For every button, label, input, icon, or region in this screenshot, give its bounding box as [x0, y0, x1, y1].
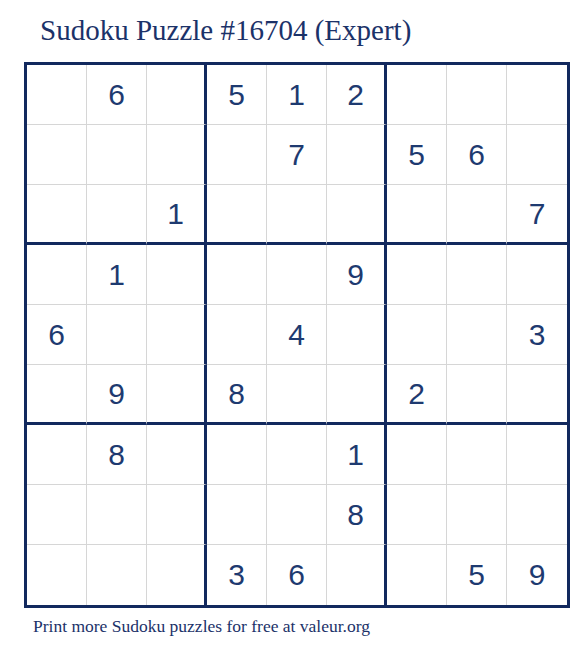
cell-r1c3-empty[interactable] [147, 65, 207, 125]
cell-r8c8-empty[interactable] [447, 485, 507, 545]
cell-r8c2-empty[interactable] [87, 485, 147, 545]
cell-r2c9-empty[interactable] [507, 125, 567, 185]
cell-r6c9-empty[interactable] [507, 365, 567, 425]
cell-r5c3-empty[interactable] [147, 305, 207, 365]
cell-r3c2-empty[interactable] [87, 185, 147, 245]
cell-r1c1-empty[interactable] [27, 65, 87, 125]
cell-r2c3-empty[interactable] [147, 125, 207, 185]
cell-r3c3-given-1: 1 [147, 185, 207, 245]
cell-r9c1-empty[interactable] [27, 545, 87, 605]
cell-r3c5-empty[interactable] [267, 185, 327, 245]
cell-r7c4-empty[interactable] [207, 425, 267, 485]
cell-r8c7-empty[interactable] [387, 485, 447, 545]
cell-r1c9-empty[interactable] [507, 65, 567, 125]
cell-r8c1-empty[interactable] [27, 485, 87, 545]
cell-r7c3-empty[interactable] [147, 425, 207, 485]
cell-r9c7-empty[interactable] [387, 545, 447, 605]
cell-r1c4-given-5: 5 [207, 65, 267, 125]
cell-r6c6-empty[interactable] [327, 365, 387, 425]
cell-r1c8-empty[interactable] [447, 65, 507, 125]
cell-r5c8-empty[interactable] [447, 305, 507, 365]
cell-r6c5-empty[interactable] [267, 365, 327, 425]
cell-r3c1-empty[interactable] [27, 185, 87, 245]
cell-r1c6-given-2: 2 [327, 65, 387, 125]
cell-r9c4-given-3: 3 [207, 545, 267, 605]
cell-r4c4-empty[interactable] [207, 245, 267, 305]
cell-r2c5-given-7: 7 [267, 125, 327, 185]
cell-r2c2-empty[interactable] [87, 125, 147, 185]
cell-r8c5-empty[interactable] [267, 485, 327, 545]
cell-r6c2-given-9: 9 [87, 365, 147, 425]
cell-r7c7-empty[interactable] [387, 425, 447, 485]
cell-r7c2-given-8: 8 [87, 425, 147, 485]
cell-r8c6-given-8: 8 [327, 485, 387, 545]
cell-r8c4-empty[interactable] [207, 485, 267, 545]
cell-r6c7-given-2: 2 [387, 365, 447, 425]
cell-r5c6-empty[interactable] [327, 305, 387, 365]
cell-r7c1-empty[interactable] [27, 425, 87, 485]
cell-r4c8-empty[interactable] [447, 245, 507, 305]
cell-r4c5-empty[interactable] [267, 245, 327, 305]
sudoku-grid: 651275617196439828183659 [24, 62, 570, 608]
cell-r5c9-given-3: 3 [507, 305, 567, 365]
cell-r9c3-empty[interactable] [147, 545, 207, 605]
cell-r5c5-given-4: 4 [267, 305, 327, 365]
cell-r3c4-empty[interactable] [207, 185, 267, 245]
cell-r3c9-given-7: 7 [507, 185, 567, 245]
cell-r5c7-empty[interactable] [387, 305, 447, 365]
cell-r7c8-empty[interactable] [447, 425, 507, 485]
cell-r8c3-empty[interactable] [147, 485, 207, 545]
puzzle-title: Sudoku Puzzle #16704 (Expert) [40, 12, 411, 48]
cell-r5c2-empty[interactable] [87, 305, 147, 365]
cell-r2c8-given-6: 6 [447, 125, 507, 185]
cell-r2c6-empty[interactable] [327, 125, 387, 185]
cell-r8c9-empty[interactable] [507, 485, 567, 545]
cell-r7c5-empty[interactable] [267, 425, 327, 485]
cell-r6c4-given-8: 8 [207, 365, 267, 425]
sudoku-page: Sudoku Puzzle #16704 (Expert) 6512756171… [0, 0, 580, 651]
cell-r2c1-empty[interactable] [27, 125, 87, 185]
cell-r4c7-empty[interactable] [387, 245, 447, 305]
cell-r7c6-given-1: 1 [327, 425, 387, 485]
cell-r4c1-empty[interactable] [27, 245, 87, 305]
cell-r3c6-empty[interactable] [327, 185, 387, 245]
cell-r4c6-given-9: 9 [327, 245, 387, 305]
cell-r4c9-empty[interactable] [507, 245, 567, 305]
cell-r2c4-empty[interactable] [207, 125, 267, 185]
cell-r9c2-empty[interactable] [87, 545, 147, 605]
cell-r6c3-empty[interactable] [147, 365, 207, 425]
cell-r5c4-empty[interactable] [207, 305, 267, 365]
cell-r7c9-empty[interactable] [507, 425, 567, 485]
footer-credit: Print more Sudoku puzzles for free at va… [33, 616, 370, 637]
cell-r1c7-empty[interactable] [387, 65, 447, 125]
cell-r1c2-given-6: 6 [87, 65, 147, 125]
cell-r2c7-given-5: 5 [387, 125, 447, 185]
cell-r3c8-empty[interactable] [447, 185, 507, 245]
cell-r4c2-given-1: 1 [87, 245, 147, 305]
cell-r6c8-empty[interactable] [447, 365, 507, 425]
cell-r3c7-empty[interactable] [387, 185, 447, 245]
cell-r9c9-given-9: 9 [507, 545, 567, 605]
cell-r4c3-empty[interactable] [147, 245, 207, 305]
cell-r9c8-given-5: 5 [447, 545, 507, 605]
cell-r6c1-empty[interactable] [27, 365, 87, 425]
cell-r5c1-given-6: 6 [27, 305, 87, 365]
cell-r1c5-given-1: 1 [267, 65, 327, 125]
cell-r9c6-empty[interactable] [327, 545, 387, 605]
cell-r9c5-given-6: 6 [267, 545, 327, 605]
